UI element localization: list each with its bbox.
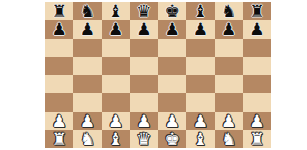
square-g8[interactable]: ♞ (215, 2, 243, 20)
square-h2[interactable]: ♟ (243, 112, 271, 130)
square-g7[interactable]: ♟ (215, 20, 243, 38)
square-h4[interactable] (243, 75, 271, 93)
piece-black-rook[interactable]: ♜ (52, 2, 67, 20)
piece-black-bishop[interactable]: ♝ (193, 2, 208, 20)
square-e8[interactable]: ♚ (158, 2, 186, 20)
square-d5[interactable] (130, 57, 158, 75)
square-c8[interactable]: ♝ (102, 2, 130, 20)
square-h7[interactable]: ♟ (243, 20, 271, 38)
square-g6[interactable] (215, 39, 243, 57)
square-f5[interactable] (186, 57, 214, 75)
piece-white-bishop[interactable]: ♝ (108, 130, 123, 148)
piece-white-pawn[interactable]: ♟ (136, 112, 151, 130)
square-d7[interactable]: ♟ (130, 20, 158, 38)
square-e4[interactable] (158, 75, 186, 93)
square-e5[interactable] (158, 57, 186, 75)
square-b2[interactable]: ♟ (73, 112, 101, 130)
piece-black-bishop[interactable]: ♝ (108, 2, 123, 20)
square-a1[interactable]: ♜ (45, 130, 73, 148)
square-a7[interactable]: ♟ (45, 20, 73, 38)
square-g4[interactable] (215, 75, 243, 93)
square-a8[interactable]: ♜ (45, 2, 73, 20)
square-b8[interactable]: ♞ (73, 2, 101, 20)
square-a2[interactable]: ♟ (45, 112, 73, 130)
square-e3[interactable] (158, 93, 186, 111)
piece-black-pawn[interactable]: ♟ (52, 20, 67, 38)
piece-black-pawn[interactable]: ♟ (221, 20, 236, 38)
piece-white-bishop[interactable]: ♝ (193, 130, 208, 148)
chess-board: ♜♞♝♛♚♝♞♜♟♟♟♟♟♟♟♟♟♟♟♟♟♟♟♟♜♞♝♛♚♝♞♜ (45, 2, 271, 148)
square-f2[interactable]: ♟ (186, 112, 214, 130)
square-e1[interactable]: ♚ (158, 130, 186, 148)
square-g3[interactable] (215, 93, 243, 111)
square-b4[interactable] (73, 75, 101, 93)
square-f3[interactable] (186, 93, 214, 111)
piece-black-knight[interactable]: ♞ (221, 2, 236, 20)
piece-black-queen[interactable]: ♛ (136, 2, 151, 20)
square-f6[interactable] (186, 39, 214, 57)
piece-white-knight[interactable]: ♞ (221, 130, 236, 148)
piece-white-rook[interactable]: ♜ (52, 130, 67, 148)
square-f8[interactable]: ♝ (186, 2, 214, 20)
square-e6[interactable] (158, 39, 186, 57)
square-h6[interactable] (243, 39, 271, 57)
square-a6[interactable] (45, 39, 73, 57)
square-f1[interactable]: ♝ (186, 130, 214, 148)
square-c2[interactable]: ♟ (102, 112, 130, 130)
piece-black-king[interactable]: ♚ (165, 2, 180, 20)
piece-black-knight[interactable]: ♞ (80, 2, 95, 20)
square-g2[interactable]: ♟ (215, 112, 243, 130)
square-h8[interactable]: ♜ (243, 2, 271, 20)
piece-white-pawn[interactable]: ♟ (249, 112, 264, 130)
piece-white-pawn[interactable]: ♟ (221, 112, 236, 130)
square-a5[interactable] (45, 57, 73, 75)
square-d6[interactable] (130, 39, 158, 57)
piece-black-pawn[interactable]: ♟ (80, 20, 95, 38)
square-a4[interactable] (45, 75, 73, 93)
square-b1[interactable]: ♞ (73, 130, 101, 148)
piece-black-pawn[interactable]: ♟ (249, 20, 264, 38)
square-f4[interactable] (186, 75, 214, 93)
square-f7[interactable]: ♟ (186, 20, 214, 38)
piece-black-pawn[interactable]: ♟ (108, 20, 123, 38)
piece-white-rook[interactable]: ♜ (249, 130, 264, 148)
piece-black-rook[interactable]: ♜ (249, 2, 264, 20)
square-c4[interactable] (102, 75, 130, 93)
square-h1[interactable]: ♜ (243, 130, 271, 148)
square-e2[interactable]: ♟ (158, 112, 186, 130)
square-g5[interactable] (215, 57, 243, 75)
square-e7[interactable]: ♟ (158, 20, 186, 38)
square-b3[interactable] (73, 93, 101, 111)
square-d3[interactable] (130, 93, 158, 111)
square-d2[interactable]: ♟ (130, 112, 158, 130)
piece-black-pawn[interactable]: ♟ (165, 20, 180, 38)
piece-white-pawn[interactable]: ♟ (165, 112, 180, 130)
square-g1[interactable]: ♞ (215, 130, 243, 148)
square-h5[interactable] (243, 57, 271, 75)
square-c7[interactable]: ♟ (102, 20, 130, 38)
square-h3[interactable] (243, 93, 271, 111)
piece-black-pawn[interactable]: ♟ (136, 20, 151, 38)
piece-white-queen[interactable]: ♛ (136, 130, 151, 148)
square-b7[interactable]: ♟ (73, 20, 101, 38)
square-d4[interactable] (130, 75, 158, 93)
piece-white-pawn[interactable]: ♟ (52, 112, 67, 130)
square-c1[interactable]: ♝ (102, 130, 130, 148)
page-background: ♜♞♝♛♚♝♞♜♟♟♟♟♟♟♟♟♟♟♟♟♟♟♟♟♜♞♝♛♚♝♞♜ (0, 0, 307, 150)
square-c5[interactable] (102, 57, 130, 75)
piece-black-pawn[interactable]: ♟ (193, 20, 208, 38)
square-d8[interactable]: ♛ (130, 2, 158, 20)
piece-white-pawn[interactable]: ♟ (193, 112, 208, 130)
square-c3[interactable] (102, 93, 130, 111)
square-b5[interactable] (73, 57, 101, 75)
piece-white-pawn[interactable]: ♟ (80, 112, 95, 130)
square-b6[interactable] (73, 39, 101, 57)
piece-white-pawn[interactable]: ♟ (108, 112, 123, 130)
piece-white-king[interactable]: ♚ (165, 130, 180, 148)
square-c6[interactable] (102, 39, 130, 57)
square-a3[interactable] (45, 93, 73, 111)
piece-white-knight[interactable]: ♞ (80, 130, 95, 148)
square-d1[interactable]: ♛ (130, 130, 158, 148)
